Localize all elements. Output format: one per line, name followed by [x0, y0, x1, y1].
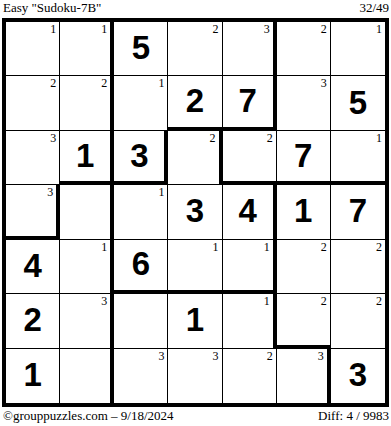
- given-digit: 2: [23, 303, 41, 338]
- copyright-text: ©grouppuzzles.com – 9/18/2024: [3, 408, 174, 423]
- corner-mark: 2: [50, 77, 56, 90]
- corner-mark: 2: [321, 241, 327, 254]
- corner-mark: 1: [50, 23, 56, 36]
- cell-r1c6[interactable]: 2: [277, 22, 331, 76]
- corner-mark: 3: [318, 350, 324, 363]
- given-digit: 5: [132, 31, 150, 66]
- given-digit: 1: [23, 358, 41, 393]
- given-digit: 5: [349, 86, 367, 121]
- cell-r4c6: 1: [277, 185, 331, 239]
- given-digit: 1: [186, 303, 204, 338]
- cell-r5c7[interactable]: 2: [331, 240, 385, 294]
- corner-mark: 1: [376, 132, 382, 145]
- given-digit: 7: [349, 194, 367, 229]
- corner-mark: 3: [101, 295, 107, 308]
- cell-r2c2[interactable]: 2: [60, 76, 114, 130]
- given-digit: 3: [186, 194, 204, 229]
- cell-r6c6[interactable]: 2: [277, 294, 331, 348]
- cell-r7c6[interactable]: 3: [277, 349, 331, 403]
- cell-r7c2[interactable]: [60, 349, 114, 403]
- corner-mark: 3: [47, 186, 53, 199]
- cell-r4c2[interactable]: [60, 185, 114, 239]
- cell-r6c1: 2: [6, 294, 60, 348]
- cell-r3c1[interactable]: 3: [6, 131, 60, 185]
- cell-r7c1: 1: [6, 349, 60, 403]
- given-digit: 4: [23, 249, 41, 284]
- cell-r3c6: 7: [277, 131, 331, 185]
- corner-mark: 1: [158, 186, 164, 199]
- given-digit: 6: [132, 247, 150, 282]
- corner-mark: 1: [376, 23, 382, 36]
- given-digit: 1: [294, 194, 312, 229]
- cell-r2c3[interactable]: 1: [114, 76, 168, 130]
- given-digit: 3: [349, 358, 367, 393]
- corner-mark: 3: [321, 77, 327, 90]
- corner-mark: 1: [101, 23, 107, 36]
- corner-mark: 2: [267, 350, 273, 363]
- corner-mark: 2: [210, 132, 216, 145]
- given-digit: 2: [186, 84, 204, 119]
- cell-r3c7[interactable]: 1: [331, 131, 385, 185]
- corner-mark: 2: [101, 77, 107, 90]
- header: Easy "Sudoku-7B" 32/49: [3, 0, 389, 18]
- cell-r1c7[interactable]: 1: [331, 22, 385, 76]
- corner-mark: 3: [264, 23, 270, 36]
- corner-mark: 1: [101, 241, 107, 254]
- corner-mark: 2: [321, 23, 327, 36]
- difficulty-text: Diff: 4 / 9983: [318, 408, 389, 423]
- cell-r1c4[interactable]: 2: [168, 22, 222, 76]
- cell-r5c4[interactable]: 1: [168, 240, 222, 294]
- corner-mark: 1: [264, 295, 270, 308]
- page-title: Easy "Sudoku-7B": [3, 0, 101, 16]
- cell-r5c3: 6: [114, 240, 168, 294]
- cell-r1c2[interactable]: 1: [60, 22, 114, 76]
- given-digit: 3: [130, 139, 148, 174]
- cell-r3c3: 3: [114, 131, 168, 185]
- corner-mark: 3: [213, 350, 219, 363]
- corner-mark: 2: [376, 295, 382, 308]
- given-digit: 7: [294, 139, 312, 174]
- cell-r7c4[interactable]: 3: [168, 349, 222, 403]
- footer: ©grouppuzzles.com – 9/18/2024 Diff: 4 / …: [3, 408, 389, 426]
- cell-r6c7[interactable]: 2: [331, 294, 385, 348]
- cell-r6c2[interactable]: 3: [60, 294, 114, 348]
- corner-mark: 1: [264, 241, 270, 254]
- cell-r4c1[interactable]: 3: [6, 185, 60, 239]
- cell-r4c7: 7: [331, 185, 385, 239]
- corner-mark: 3: [50, 132, 56, 145]
- cell-r6c3[interactable]: [114, 294, 168, 348]
- cell-r7c5[interactable]: 2: [223, 349, 277, 403]
- empty-count: 32/49: [359, 0, 389, 16]
- corner-mark: 3: [158, 350, 164, 363]
- cell-r2c6[interactable]: 3: [277, 76, 331, 130]
- cell-r1c3: 5: [114, 22, 168, 76]
- given-digit: 7: [238, 84, 256, 119]
- corner-mark: 2: [376, 241, 382, 254]
- corner-mark: 1: [158, 77, 164, 90]
- cell-r1c5[interactable]: 3: [223, 22, 277, 76]
- corner-mark: 2: [267, 132, 273, 145]
- cell-r1c1[interactable]: 1: [6, 22, 60, 76]
- cell-r3c2: 1: [60, 131, 114, 185]
- cell-r5c1: 4: [6, 240, 60, 294]
- cell-r4c5: 4: [223, 185, 277, 239]
- cell-r3c5[interactable]: 2: [223, 131, 277, 185]
- cell-r4c3[interactable]: 1: [114, 185, 168, 239]
- cell-r6c5[interactable]: 1: [223, 294, 277, 348]
- cell-r7c7: 3: [331, 349, 385, 403]
- corner-mark: 2: [321, 295, 327, 308]
- cell-r5c2[interactable]: 1: [60, 240, 114, 294]
- cell-r4c4: 3: [168, 185, 222, 239]
- given-digit: 1: [76, 139, 94, 174]
- cell-r5c6[interactable]: 2: [277, 240, 331, 294]
- cell-r5c5[interactable]: 1: [223, 240, 277, 294]
- cell-r2c4: 2: [168, 76, 222, 130]
- cell-r2c7: 5: [331, 76, 385, 130]
- corner-mark: 1: [213, 241, 219, 254]
- cell-r7c3[interactable]: 3: [114, 349, 168, 403]
- cell-r6c4: 1: [168, 294, 222, 348]
- corner-mark: 2: [213, 23, 219, 36]
- cell-r3c4[interactable]: 2: [168, 131, 222, 185]
- given-digit: 4: [238, 194, 256, 229]
- sudoku-board: 1152321221273531322713134174161122231122…: [2, 18, 389, 407]
- cell-r2c5: 7: [223, 76, 277, 130]
- cell-r2c1[interactable]: 2: [6, 76, 60, 130]
